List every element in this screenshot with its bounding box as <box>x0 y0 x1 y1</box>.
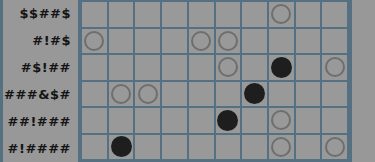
right-margin <box>352 0 375 162</box>
cell-r6c10[interactable] <box>322 135 347 160</box>
open-circle-marker <box>111 84 131 104</box>
cell-r4c8[interactable] <box>269 82 294 107</box>
cell-r6c4[interactable] <box>162 135 187 160</box>
cell-r3c6[interactable] <box>216 55 241 80</box>
cell-r4c2[interactable] <box>109 82 134 107</box>
row-label-3: #$!## <box>3 54 78 81</box>
open-circle-marker <box>84 31 104 51</box>
cell-r6c7[interactable] <box>242 135 267 160</box>
black-stone <box>111 136 132 157</box>
cell-r4c7[interactable] <box>242 82 267 107</box>
cell-r2c2[interactable] <box>109 29 134 54</box>
cell-r3c9[interactable] <box>296 55 321 80</box>
cell-r1c8[interactable] <box>269 2 294 27</box>
open-circle-marker <box>218 57 238 77</box>
cell-r1c9[interactable] <box>296 2 321 27</box>
black-stone <box>217 110 238 131</box>
row-label-2: #!#$ <box>3 27 78 54</box>
cell-r6c5[interactable] <box>189 135 214 160</box>
cell-r5c2[interactable] <box>109 108 134 133</box>
cell-r5c5[interactable] <box>189 108 214 133</box>
cell-r5c3[interactable] <box>135 108 160 133</box>
cell-r4c6[interactable] <box>216 82 241 107</box>
cell-r3c5[interactable] <box>189 55 214 80</box>
cell-r2c6[interactable] <box>216 29 241 54</box>
cell-r6c3[interactable] <box>135 135 160 160</box>
cell-r2c9[interactable] <box>296 29 321 54</box>
cell-r4c4[interactable] <box>162 82 187 107</box>
cell-r1c3[interactable] <box>135 2 160 27</box>
black-stone <box>271 57 292 78</box>
cell-r3c3[interactable] <box>135 55 160 80</box>
cell-r1c1[interactable] <box>82 2 107 27</box>
cell-r5c7[interactable] <box>242 108 267 133</box>
open-circle-marker <box>191 31 211 51</box>
cell-r5c10[interactable] <box>322 108 347 133</box>
open-circle-marker <box>218 31 238 51</box>
row-label-1: $$##$ <box>3 0 78 27</box>
open-circle-marker <box>138 84 158 104</box>
cell-r1c2[interactable] <box>109 2 134 27</box>
cell-r3c2[interactable] <box>109 55 134 80</box>
row-label-5: ##!### <box>3 108 78 135</box>
open-circle-marker <box>271 4 291 24</box>
cell-r2c1[interactable] <box>82 29 107 54</box>
open-circle-marker <box>325 57 345 77</box>
cell-r3c4[interactable] <box>162 55 187 80</box>
cell-r2c7[interactable] <box>242 29 267 54</box>
board-grid <box>78 0 352 162</box>
open-circle-marker <box>325 137 345 157</box>
board-grid-inner <box>82 2 347 159</box>
cell-r5c6[interactable] <box>216 108 241 133</box>
cell-r6c1[interactable] <box>82 135 107 160</box>
cell-r3c1[interactable] <box>82 55 107 80</box>
cell-r3c8[interactable] <box>269 55 294 80</box>
cell-r4c1[interactable] <box>82 82 107 107</box>
cell-r4c10[interactable] <box>322 82 347 107</box>
cell-r2c10[interactable] <box>322 29 347 54</box>
cell-r1c4[interactable] <box>162 2 187 27</box>
cell-r4c9[interactable] <box>296 82 321 107</box>
open-circle-marker <box>271 137 291 157</box>
row-labels-column: $$##$ #!#$ #$!## ###&$# ##!### #!#### <box>3 0 78 162</box>
cell-r4c3[interactable] <box>135 82 160 107</box>
cell-r6c9[interactable] <box>296 135 321 160</box>
cell-r5c1[interactable] <box>82 108 107 133</box>
black-stone <box>244 83 265 104</box>
cell-r1c10[interactable] <box>322 2 347 27</box>
cell-r5c4[interactable] <box>162 108 187 133</box>
cell-r2c8[interactable] <box>269 29 294 54</box>
cell-r1c7[interactable] <box>242 2 267 27</box>
cell-r3c10[interactable] <box>322 55 347 80</box>
cell-r5c9[interactable] <box>296 108 321 133</box>
cell-r5c8[interactable] <box>269 108 294 133</box>
dot-grid-board-screen: $$##$ #!#$ #$!## ###&$# ##!### #!#### <box>0 0 375 162</box>
cell-r2c5[interactable] <box>189 29 214 54</box>
cell-r6c2[interactable] <box>109 135 134 160</box>
cell-r2c4[interactable] <box>162 29 187 54</box>
cell-r3c7[interactable] <box>242 55 267 80</box>
cell-r6c6[interactable] <box>216 135 241 160</box>
open-circle-marker <box>271 110 291 130</box>
row-label-6: #!#### <box>3 135 78 162</box>
cell-r2c3[interactable] <box>135 29 160 54</box>
cell-r6c8[interactable] <box>269 135 294 160</box>
left-edge-grid-line <box>0 0 3 162</box>
cell-r1c5[interactable] <box>189 2 214 27</box>
row-label-4: ###&$# <box>3 81 78 108</box>
cell-r1c6[interactable] <box>216 2 241 27</box>
cell-r4c5[interactable] <box>189 82 214 107</box>
